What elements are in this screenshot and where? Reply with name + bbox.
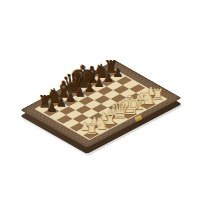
- piece-black-pawn: ♟: [46, 101, 57, 113]
- board-grid: ♜♞♝♛♚♝♞♜♟♟♟♟♟♟♟♟♟♟♟♟♟♟♟♟♜♞♝♛♚♝♞♜: [37, 69, 166, 139]
- piece-white-rook: ♜: [85, 122, 98, 136]
- chess-set-photo: ♜♞♝♛♚♝♞♜♟♟♟♟♟♟♟♟♟♟♟♟♟♟♟♟♜♞♝♛♚♝♞♜: [0, 0, 200, 200]
- chess-board: ♜♞♝♛♚♝♞♜♟♟♟♟♟♟♟♟♟♟♟♟♟♟♟♟♜♞♝♛♚♝♞♜: [20, 60, 182, 148]
